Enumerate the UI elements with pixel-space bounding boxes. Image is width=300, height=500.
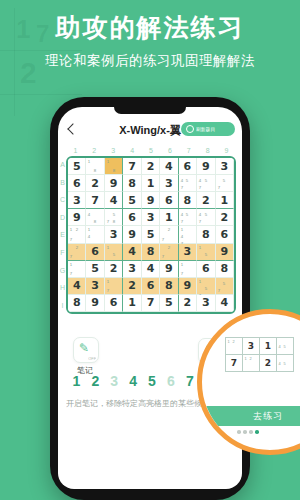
cell-D7[interactable]: 457 xyxy=(179,209,197,226)
cell-I5[interactable]: 7 xyxy=(142,295,160,312)
numpad-3[interactable]: 3 xyxy=(105,373,124,389)
board-row-labels: ABCDEFGHI xyxy=(59,156,66,314)
cell-A5[interactable]: 2 xyxy=(142,158,160,175)
candidate-marks: 17 xyxy=(105,278,122,294)
cell-I7[interactable]: 2 xyxy=(179,295,197,312)
candidate-marks: 127 xyxy=(68,226,85,242)
candidate-marks: 27 xyxy=(160,244,177,260)
cell-B5[interactable]: 1 xyxy=(142,175,160,192)
candidate-marks: 18 xyxy=(105,158,122,174)
magnified-mini-grid: 123145712245 xyxy=(225,337,294,372)
cell-B4[interactable]: 8 xyxy=(123,175,141,192)
cell-F5[interactable]: 8 xyxy=(142,244,160,261)
row-label-I: I xyxy=(59,296,66,314)
cell-B3[interactable]: 9 xyxy=(105,175,123,192)
cell-G9[interactable]: 8 xyxy=(216,261,234,278)
cell-H1[interactable]: 4 xyxy=(68,278,86,295)
col-label-6: 6 xyxy=(160,147,179,154)
cell-I1[interactable]: 8 xyxy=(68,295,86,312)
cell-C5[interactable]: 9 xyxy=(142,192,160,209)
numpad-5[interactable]: 5 xyxy=(143,373,162,389)
digit: 2 xyxy=(91,177,99,190)
digit: 3 xyxy=(128,262,136,275)
refresh-button[interactable]: 刷新题目 xyxy=(181,122,235,136)
cell-I8[interactable]: 3 xyxy=(197,295,215,312)
cell-F9[interactable]: 9 xyxy=(216,244,234,261)
digit: 6 xyxy=(202,262,210,275)
digit: 8 xyxy=(184,194,192,207)
mini-cell: 12 xyxy=(243,355,260,372)
digit: 1 xyxy=(128,296,136,309)
cell-B9[interactable]: 57 xyxy=(216,175,234,192)
col-label-3: 3 xyxy=(104,147,123,154)
cell-H3[interactable]: 17 xyxy=(105,278,123,295)
digit: 8 xyxy=(165,279,173,292)
cell-C3[interactable]: 4 xyxy=(105,192,123,209)
cell-B7[interactable]: 457 xyxy=(179,175,197,192)
row-label-C: C xyxy=(59,191,66,209)
digit: 8 xyxy=(73,296,81,309)
page-dot-1 xyxy=(237,430,241,434)
row-label-D: D xyxy=(59,209,66,227)
cell-F8[interactable]: 157 xyxy=(197,244,215,261)
digit: 3 xyxy=(248,341,254,351)
cell-C9[interactable]: 1 xyxy=(216,192,234,209)
col-label-1: 1 xyxy=(66,147,85,154)
row-label-H: H xyxy=(59,279,66,297)
digit: 2 xyxy=(184,296,192,309)
cell-C1[interactable]: 3 xyxy=(68,192,86,209)
cell-D9[interactable]: 2 xyxy=(216,209,234,226)
cell-G8[interactable]: 6 xyxy=(197,261,215,278)
cell-E5[interactable]: 5 xyxy=(142,226,160,243)
cell-E3[interactable]: 3 xyxy=(105,226,123,243)
candidate-marks: 157 xyxy=(197,278,214,294)
candidate-marks: 157 xyxy=(105,244,122,260)
candidate-marks: 27 xyxy=(68,244,85,260)
cell-G5[interactable]: 4 xyxy=(142,261,160,278)
digit: 1 xyxy=(165,211,173,224)
digit: 4 xyxy=(220,296,228,309)
digit: 2 xyxy=(265,358,271,368)
digit: 6 xyxy=(165,194,173,207)
candidate-marks: 17 xyxy=(179,261,196,277)
digit: 9 xyxy=(73,211,81,224)
cell-E2[interactable]: 14 xyxy=(86,226,104,243)
mini-cell: 1 xyxy=(260,338,277,355)
cell-D1[interactable]: 9 xyxy=(68,209,86,226)
digit: 3 xyxy=(91,279,99,292)
cell-D4[interactable]: 6 xyxy=(123,209,141,226)
cell-G2[interactable]: 5 xyxy=(86,261,104,278)
cell-H5[interactable]: 6 xyxy=(142,278,160,295)
cell-E1[interactable]: 127 xyxy=(68,226,86,243)
cell-C7[interactable]: 8 xyxy=(179,192,197,209)
digit: 8 xyxy=(128,177,136,190)
numpad-6[interactable]: 6 xyxy=(161,373,180,389)
cell-H9[interactable]: 57 xyxy=(216,278,234,295)
refresh-icon xyxy=(186,125,194,133)
digit: 9 xyxy=(165,262,173,275)
cell-G4[interactable]: 3 xyxy=(123,261,141,278)
refresh-label: 刷新题目 xyxy=(196,126,216,133)
col-label-9: 9 xyxy=(217,147,236,154)
digit: 7 xyxy=(147,296,155,309)
cell-A4[interactable]: 7 xyxy=(123,158,141,175)
phone-frame: X-Wing/x-翼 刷新题目 123456789 ABCDEFGHI 5181… xyxy=(50,97,250,500)
digit: 4 xyxy=(147,262,155,275)
col-label-7: 7 xyxy=(179,147,198,154)
digit: 9 xyxy=(202,160,210,173)
candidate-marks: 57 xyxy=(216,278,233,294)
digit: 3 xyxy=(110,228,118,241)
candidate-marks: 57 xyxy=(216,175,233,191)
practice-button[interactable]: 去练习 xyxy=(202,406,300,426)
notes-state: OFF xyxy=(88,357,96,361)
cell-C6[interactable]: 6 xyxy=(160,192,178,209)
mini-cell: 3 xyxy=(243,338,260,355)
cell-F4[interactable]: 4 xyxy=(123,244,141,261)
candidate-marks: 17 xyxy=(68,261,85,277)
digit: 3 xyxy=(165,177,173,190)
digit: 4 xyxy=(128,245,136,258)
col-label-2: 2 xyxy=(85,147,104,154)
hero-title: 助攻的解法练习 xyxy=(0,11,300,44)
digit: 3 xyxy=(184,245,192,258)
page-dot-2 xyxy=(243,430,247,434)
cell-C2[interactable]: 7 xyxy=(86,192,104,209)
digit: 5 xyxy=(91,262,99,275)
row-label-F: F xyxy=(59,244,66,262)
cell-F2[interactable]: 6 xyxy=(86,244,104,261)
digit: 8 xyxy=(202,228,210,241)
cell-B2[interactable]: 2 xyxy=(86,175,104,192)
cell-C8[interactable]: 2 xyxy=(197,192,215,209)
digit: 6 xyxy=(184,160,192,173)
row-label-G: G xyxy=(59,261,66,279)
phone-screen: X-Wing/x-翼 刷新题目 123456789 ABCDEFGHI 5181… xyxy=(58,107,242,489)
digit: 4 xyxy=(73,279,81,292)
cell-G7[interactable]: 17 xyxy=(179,261,197,278)
digit: 3 xyxy=(73,194,81,207)
candidate-marks: 578 xyxy=(105,209,122,225)
watermark-line xyxy=(0,94,82,95)
digit: 6 xyxy=(147,279,155,292)
candidate-marks: 157 xyxy=(197,244,214,260)
candidate-marks: 48 xyxy=(86,209,103,225)
cell-B1[interactable]: 6 xyxy=(68,175,86,192)
cell-I6[interactable]: 5 xyxy=(160,295,178,312)
cell-F3[interactable]: 157 xyxy=(105,244,123,261)
row-label-A: A xyxy=(59,156,66,174)
digit: 7 xyxy=(128,160,136,173)
col-label-5: 5 xyxy=(142,147,161,154)
cell-D5[interactable]: 3 xyxy=(142,209,160,226)
col-label-8: 8 xyxy=(198,147,217,154)
candidate-marks: 45 xyxy=(277,355,293,371)
digit: 3 xyxy=(202,296,210,309)
page-dot-4 xyxy=(255,430,259,434)
row-label-E: E xyxy=(59,226,66,244)
mini-cell: 12 xyxy=(226,338,243,355)
cell-G3[interactable]: 2 xyxy=(105,261,123,278)
digit: 6 xyxy=(128,211,136,224)
digit: 9 xyxy=(184,279,192,292)
cell-B8[interactable]: 457 xyxy=(197,175,215,192)
cell-C4[interactable]: 5 xyxy=(123,192,141,209)
mini-cell: 2 xyxy=(260,355,277,372)
cell-E8[interactable]: 8 xyxy=(197,226,215,243)
candidate-marks: 45 xyxy=(277,338,293,354)
digit: 3 xyxy=(220,160,228,173)
cell-H4[interactable]: 2 xyxy=(123,278,141,295)
candidate-marks: 457 xyxy=(197,209,214,225)
mini-cell: 7 xyxy=(226,355,243,372)
digit: 1 xyxy=(220,194,228,207)
cell-I9[interactable]: 4 xyxy=(216,295,234,312)
cell-I2[interactable]: 9 xyxy=(86,295,104,312)
cell-D8[interactable]: 457 xyxy=(197,209,215,226)
cell-F1[interactable]: 27 xyxy=(68,244,86,261)
digit: 8 xyxy=(220,262,228,275)
sudoku-grid: 5181872469362981345745757374596821948578… xyxy=(66,156,236,314)
digit: 2 xyxy=(110,262,118,275)
cell-F7[interactable]: 3 xyxy=(179,244,197,261)
digit: 9 xyxy=(110,177,118,190)
candidate-marks: 14 xyxy=(86,226,103,242)
digit: 9 xyxy=(147,194,155,207)
cell-A3[interactable]: 18 xyxy=(105,158,123,175)
cell-H7[interactable]: 9 xyxy=(179,278,197,295)
cell-A9[interactable]: 3 xyxy=(216,158,234,175)
cell-E7[interactable]: 147 xyxy=(179,226,197,243)
pencil-icon: ✎ xyxy=(79,341,89,355)
notes-toggle[interactable]: ✎ OFF xyxy=(73,337,99,363)
cell-H6[interactable]: 8 xyxy=(160,278,178,295)
digit: 1 xyxy=(265,341,271,351)
candidate-marks: 457 xyxy=(179,209,196,225)
cell-A2[interactable]: 18 xyxy=(86,158,104,175)
digit: 5 xyxy=(147,228,155,241)
cell-H2[interactable]: 3 xyxy=(86,278,104,295)
cell-A6[interactable]: 4 xyxy=(160,158,178,175)
digit: 2 xyxy=(128,279,136,292)
digit: 6 xyxy=(110,296,118,309)
page-dot-3 xyxy=(249,430,253,434)
cell-A8[interactable]: 9 xyxy=(197,158,215,175)
digit: 9 xyxy=(220,245,228,258)
digit: 5 xyxy=(73,160,81,173)
digit: 2 xyxy=(220,211,228,224)
practice-button-label: 去练习 xyxy=(253,410,283,423)
cell-A7[interactable]: 6 xyxy=(179,158,197,175)
board-column-labels: 123456789 xyxy=(66,147,236,154)
cell-H8[interactable]: 157 xyxy=(197,278,215,295)
numpad-2[interactable]: 2 xyxy=(86,373,105,389)
mini-cell: 45 xyxy=(277,355,294,372)
digit: 9 xyxy=(91,296,99,309)
pagination-dots xyxy=(237,430,259,434)
phone-notch xyxy=(114,107,186,114)
numpad-1[interactable]: 1 xyxy=(67,373,86,389)
cell-E4[interactable]: 9 xyxy=(123,226,141,243)
cell-I3[interactable]: 6 xyxy=(105,295,123,312)
candidate-marks: 457 xyxy=(197,175,214,191)
digit: 5 xyxy=(128,194,136,207)
cell-A1[interactable]: 5 xyxy=(68,158,86,175)
digit: 6 xyxy=(220,228,228,241)
digit: 3 xyxy=(147,211,155,224)
col-label-4: 4 xyxy=(123,147,142,154)
digit: 7 xyxy=(91,194,99,207)
cell-D3[interactable]: 578 xyxy=(105,209,123,226)
cell-E9[interactable]: 6 xyxy=(216,226,234,243)
candidate-marks: 27 xyxy=(160,226,177,242)
mini-cell: 45 xyxy=(277,338,294,355)
digit: 7 xyxy=(231,358,237,368)
digit: 5 xyxy=(165,296,173,309)
digit: 2 xyxy=(202,194,210,207)
digit: 4 xyxy=(110,194,118,207)
candidate-marks: 147 xyxy=(179,226,196,242)
candidate-marks: 12 xyxy=(243,355,259,371)
digit: 8 xyxy=(147,245,155,258)
cell-G1[interactable]: 17 xyxy=(68,261,86,278)
digit: 2 xyxy=(147,160,155,173)
app-store-screenshot: 1782 助攻的解法练习 理论和案例后的练习巩固理解解法 X-Wing/x-翼 … xyxy=(0,0,300,500)
hero-subtitle: 理论和案例后的练习巩固理解解法 xyxy=(0,52,300,70)
cell-G6[interactable]: 9 xyxy=(160,261,178,278)
cell-B6[interactable]: 3 xyxy=(160,175,178,192)
cell-D2[interactable]: 48 xyxy=(86,209,104,226)
row-label-B: B xyxy=(59,174,66,192)
digit: 1 xyxy=(147,177,155,190)
candidate-marks: 18 xyxy=(86,158,103,174)
numpad-4[interactable]: 4 xyxy=(124,373,143,389)
candidate-marks: 12 xyxy=(226,338,242,354)
digit: 6 xyxy=(91,245,99,258)
cell-F6[interactable]: 27 xyxy=(160,244,178,261)
watermark-line xyxy=(0,50,82,51)
digit: 4 xyxy=(165,160,173,173)
cell-D6[interactable]: 1 xyxy=(160,209,178,226)
cell-I4[interactable]: 1 xyxy=(123,295,141,312)
candidate-marks: 457 xyxy=(179,175,196,191)
digit: 9 xyxy=(128,228,136,241)
digit: 6 xyxy=(73,177,81,190)
cell-E6[interactable]: 27 xyxy=(160,226,178,243)
